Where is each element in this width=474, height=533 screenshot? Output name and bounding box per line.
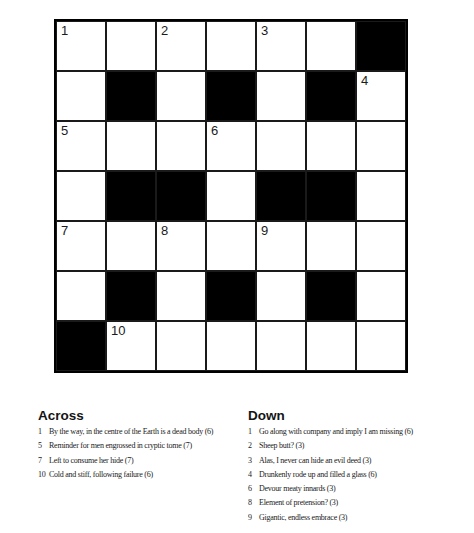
grid-cell[interactable] [356, 321, 406, 371]
across-heading: Across [38, 408, 244, 423]
grid-cell[interactable] [306, 121, 356, 171]
grid-cell[interactable]: 5 [56, 121, 106, 171]
clue-number: 7 [38, 454, 49, 468]
grid-cell[interactable] [106, 121, 156, 171]
clue-number: 10 [38, 468, 49, 482]
clue-down-3: 3Alas, I never can hide an evil deed (3) [248, 454, 464, 468]
clue-number: 2 [248, 439, 259, 453]
clue-number: 3 [248, 454, 259, 468]
grid-cell[interactable] [156, 121, 206, 171]
cell-number: 5 [61, 124, 68, 137]
clue-text: Devour meaty innards (3) [259, 482, 335, 496]
grid-cell[interactable] [156, 321, 206, 371]
cell-number: 4 [361, 74, 368, 87]
clue-down-9: 9Gigantic, endless embrace (3) [248, 511, 464, 525]
clue-number: 1 [38, 425, 49, 439]
grid-cell[interactable] [56, 271, 106, 321]
black-cell [106, 171, 156, 221]
clue-text: Alas, I never can hide an evil deed (3) [259, 454, 371, 468]
clue-down-6: 6Devour meaty innards (3) [248, 482, 464, 496]
clue-down-2: 2Sheep butt? (3) [248, 439, 464, 453]
clue-across-10: 10Cold and stiff, following failure (6) [38, 468, 244, 482]
clue-text: Left to consume her hide (7) [49, 454, 133, 468]
grid-cell[interactable]: 2 [156, 21, 206, 71]
grid-cell[interactable]: 1 [56, 21, 106, 71]
clue-number: 6 [248, 482, 259, 496]
clue-text: Gigantic, endless embrace (3) [259, 511, 347, 525]
black-cell [206, 271, 256, 321]
grid-cell[interactable]: 7 [56, 221, 106, 271]
grid-cell[interactable] [206, 21, 256, 71]
grid-cell[interactable] [206, 321, 256, 371]
black-cell [106, 271, 156, 321]
clue-text: Cold and stiff, following failure (6) [49, 468, 153, 482]
grid-cell[interactable]: 3 [256, 21, 306, 71]
down-clue-list: 1Go along with company and imply I am mi… [248, 425, 464, 525]
clue-number: 4 [248, 468, 259, 482]
cell-number: 7 [61, 224, 68, 237]
black-cell [106, 71, 156, 121]
clue-across-5: 5Reminder for men engrossed in cryptic t… [38, 439, 244, 453]
grid-cell[interactable]: 8 [156, 221, 206, 271]
down-clues: Down 1Go along with company and imply I … [248, 408, 464, 525]
clue-text: Reminder for men engrossed in cryptic to… [49, 439, 192, 453]
black-cell [206, 71, 256, 121]
grid-cell[interactable] [256, 321, 306, 371]
black-cell [306, 71, 356, 121]
clue-text: Go along with company and imply I am mis… [259, 425, 413, 439]
grid-cell[interactable]: 6 [206, 121, 256, 171]
clue-down-1: 1Go along with company and imply I am mi… [248, 425, 464, 439]
across-clues: Across 1By the way, in the centre of the… [38, 408, 244, 482]
grid-cell[interactable] [56, 171, 106, 221]
clue-down-4: 4Drunkenly rode up and filled a glass (6… [248, 468, 464, 482]
across-clue-list: 1By the way, in the centre of the Earth … [38, 425, 244, 482]
cell-number: 1 [61, 24, 68, 37]
grid-cell[interactable] [156, 271, 206, 321]
black-cell [306, 171, 356, 221]
clue-across-7: 7Left to consume her hide (7) [38, 454, 244, 468]
cell-number: 3 [261, 24, 268, 37]
grid-cell[interactable] [306, 221, 356, 271]
clue-number: 5 [38, 439, 49, 453]
grid-cell[interactable] [256, 121, 306, 171]
clue-number: 1 [248, 425, 259, 439]
black-cell [356, 21, 406, 71]
grid-cell[interactable]: 4 [356, 71, 406, 121]
grid-cell[interactable]: 9 [256, 221, 306, 271]
black-cell [306, 271, 356, 321]
clue-text: Drunkenly rode up and filled a glass (6) [259, 468, 377, 482]
grid-cell[interactable]: 10 [106, 321, 156, 371]
clue-text: By the way, in the centre of the Earth i… [49, 425, 213, 439]
grid-cell[interactable] [156, 71, 206, 121]
black-cell [56, 321, 106, 371]
grid-cell[interactable] [256, 71, 306, 121]
grid-cell[interactable] [356, 271, 406, 321]
grid-cell[interactable] [356, 171, 406, 221]
cell-number: 2 [161, 24, 168, 37]
grid-cell[interactable] [206, 171, 256, 221]
cell-number: 8 [161, 224, 168, 237]
black-cell [256, 171, 306, 221]
cell-number: 10 [111, 324, 125, 337]
grid-cell[interactable] [356, 121, 406, 171]
grid-cell[interactable] [356, 221, 406, 271]
grid-cell[interactable] [106, 221, 156, 271]
grid-cell[interactable] [106, 21, 156, 71]
clue-across-1: 1By the way, in the centre of the Earth … [38, 425, 244, 439]
down-heading: Down [248, 408, 464, 423]
clue-down-8: 8Element of pretension? (3) [248, 496, 464, 510]
black-cell [156, 171, 206, 221]
clue-number: 9 [248, 511, 259, 525]
grid-cell[interactable] [206, 221, 256, 271]
clue-text: Element of pretension? (3) [259, 496, 338, 510]
grid-cell[interactable] [56, 71, 106, 121]
clue-number: 8 [248, 496, 259, 510]
clue-text: Sheep butt? (3) [259, 439, 304, 453]
cell-number: 6 [211, 124, 218, 137]
grid-cell[interactable] [306, 321, 356, 371]
grid-cell[interactable] [256, 271, 306, 321]
grid-cell[interactable] [306, 21, 356, 71]
cell-number: 9 [261, 224, 268, 237]
crossword-grid: 12345678910 [54, 19, 408, 373]
